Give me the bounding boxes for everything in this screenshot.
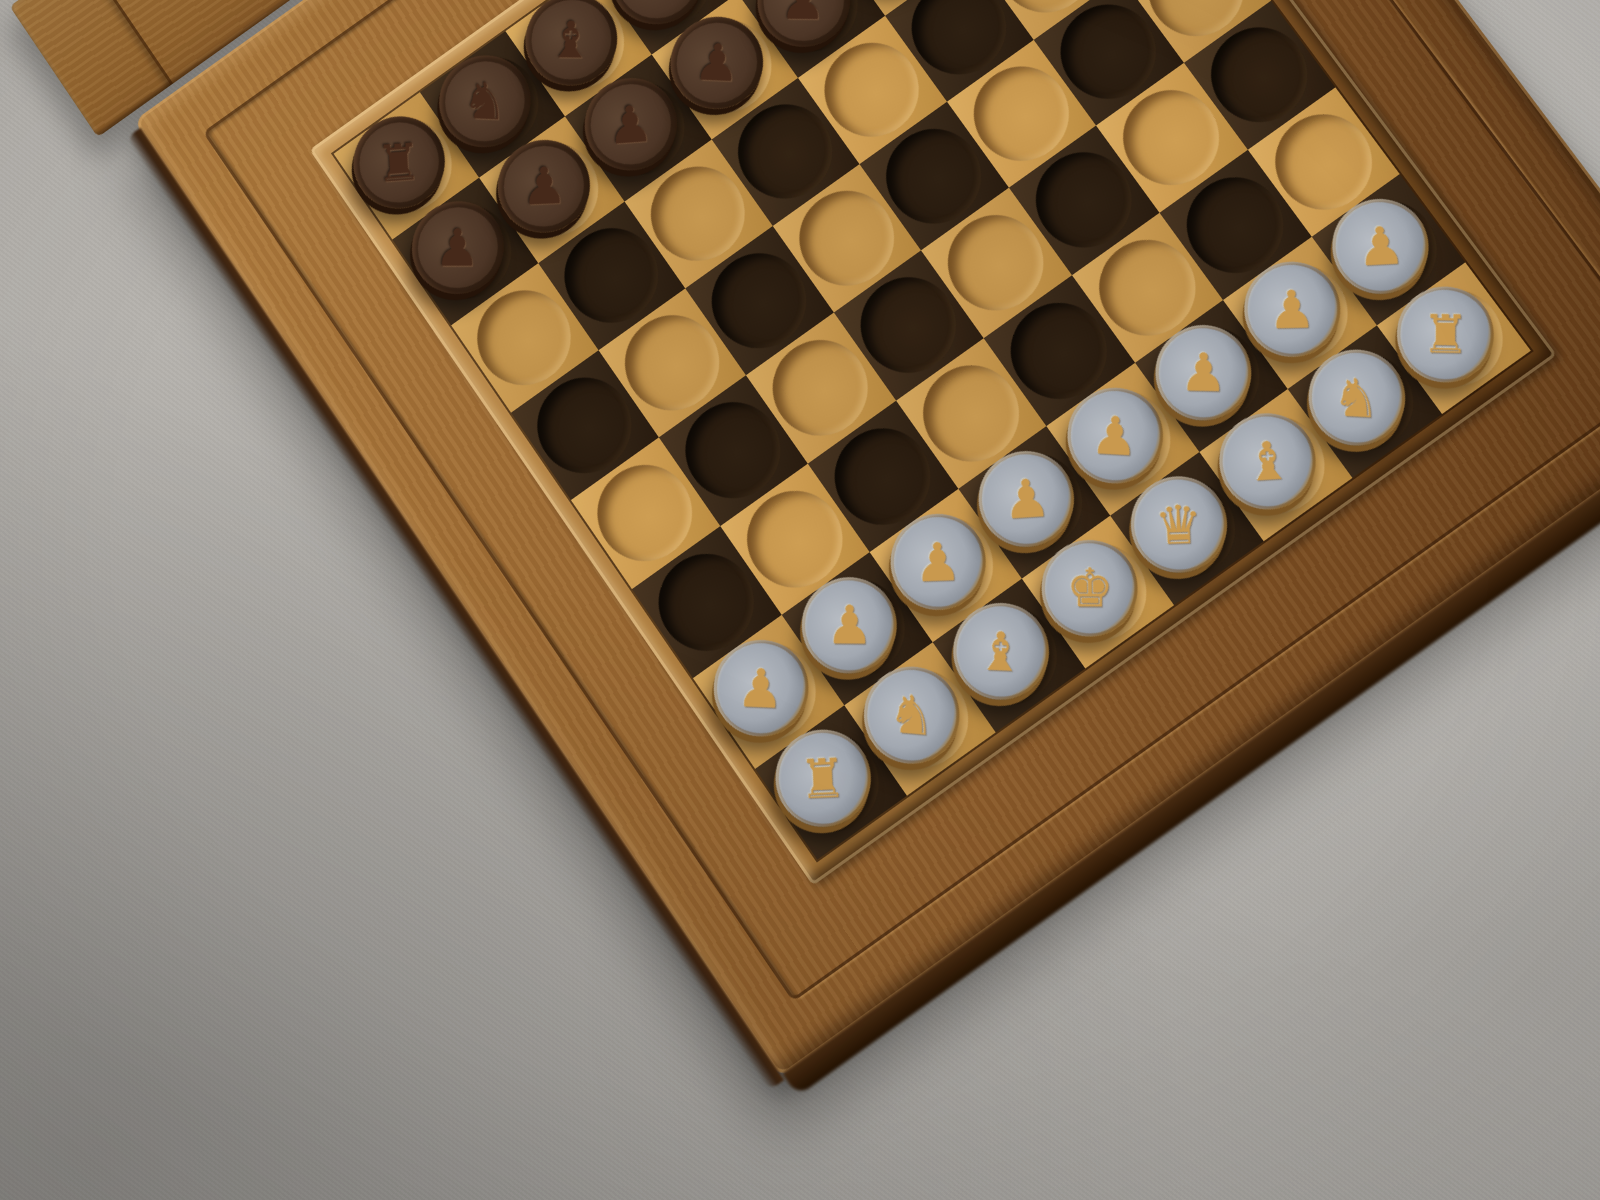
- pawn-emblem: ♟: [1001, 471, 1052, 527]
- pawn-emblem: ♟: [606, 97, 654, 151]
- queen-emblem: ♛: [1154, 498, 1204, 553]
- perspective-wrapper: ♜♞♝♛♚♝♞♜♟♟♟♟♟♟♟♟♟♟♟♟♟♟♟♟♜♞♝♚♛♝♞♜: [134, 0, 1600, 1078]
- rook-emblem: ♜: [375, 135, 423, 189]
- pawn-emblem: ♟: [780, 0, 827, 27]
- bishop-emblem: ♝: [547, 14, 594, 65]
- pawn-emblem: ♟: [1267, 283, 1316, 336]
- pawn-emblem: ♟: [693, 37, 742, 90]
- bishop-emblem: ♝: [1242, 433, 1294, 489]
- chess-board: ♜♞♝♛♚♝♞♜♟♟♟♟♟♟♟♟♟♟♟♟♟♟♟♟♜♞♝♚♛♝♞♜: [334, 0, 1531, 860]
- queen-emblem: ♛: [634, 0, 680, 4]
- pawn-emblem: ♟: [521, 160, 567, 213]
- king-emblem: ♚: [1066, 562, 1114, 616]
- game-box-frame: ♜♞♝♛♚♝♞♜♟♟♟♟♟♟♟♟♟♟♟♟♟♟♟♟♜♞♝♚♛♝♞♜: [134, 0, 1600, 1078]
- pawn-emblem: ♟: [435, 222, 481, 273]
- pawn-emblem: ♟: [736, 661, 785, 716]
- pawn-emblem: ♟: [826, 598, 873, 651]
- pawn-emblem: ♟: [1090, 408, 1140, 463]
- rook-emblem: ♜: [1422, 308, 1470, 362]
- chess-box-scene: ♜♞♝♛♚♝♞♜♟♟♟♟♟♟♟♟♟♟♟♟♟♟♟♟♜♞♝♚♛♝♞♜: [112, 0, 1600, 1059]
- pawn-emblem: ♟: [1355, 219, 1406, 274]
- knight-emblem: ♞: [887, 687, 938, 744]
- knight-emblem: ♞: [1332, 370, 1382, 425]
- rook-emblem: ♜: [798, 751, 848, 807]
- pawn-emblem: ♟: [913, 535, 962, 589]
- bishop-emblem: ♝: [976, 624, 1025, 679]
- pawn-emblem: ♟: [1179, 346, 1227, 399]
- knight-emblem: ♞: [461, 75, 510, 128]
